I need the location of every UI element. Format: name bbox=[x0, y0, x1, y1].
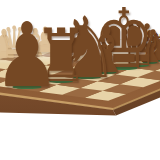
dark-pawn-h7: ♟ bbox=[0, 11, 60, 100]
chess-set-photo: ♟♛♝♟♜♞♝♛♚♝♞♜♟ bbox=[0, 0, 160, 160]
